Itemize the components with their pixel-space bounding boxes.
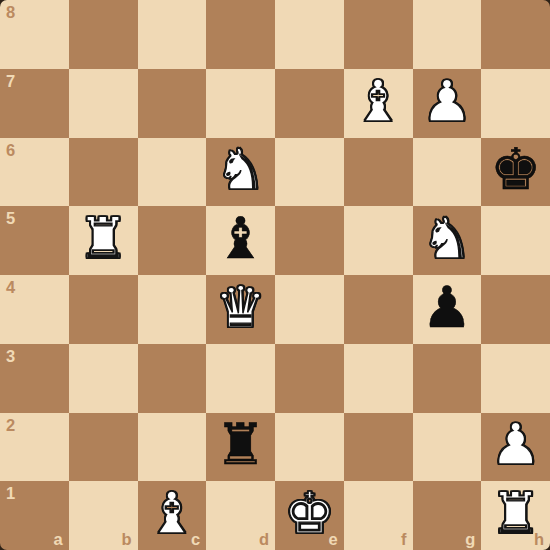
square-f5[interactable]: [344, 206, 413, 275]
rank-label-4: 4: [6, 279, 15, 296]
square-a8[interactable]: 8: [0, 0, 69, 69]
piece-white-king-e1[interactable]: ♚: [284, 485, 335, 542]
piece-white-pawn-h2[interactable]: ♟: [490, 416, 541, 473]
square-g3[interactable]: [413, 344, 482, 413]
square-h5[interactable]: [481, 206, 550, 275]
rank-label-2: 2: [6, 417, 15, 434]
piece-white-rook-h1[interactable]: ♜: [490, 485, 541, 542]
square-a4[interactable]: 4: [0, 275, 69, 344]
square-c3[interactable]: [138, 344, 207, 413]
square-b3[interactable]: [69, 344, 138, 413]
square-f8[interactable]: [344, 0, 413, 69]
square-a2[interactable]: 2: [0, 413, 69, 482]
square-e6[interactable]: [275, 138, 344, 207]
square-f4[interactable]: [344, 275, 413, 344]
square-d3[interactable]: [206, 344, 275, 413]
square-d1[interactable]: d: [206, 481, 275, 550]
square-h1[interactable]: h♜: [481, 481, 550, 550]
square-b8[interactable]: [69, 0, 138, 69]
square-c8[interactable]: [138, 0, 207, 69]
square-c4[interactable]: [138, 275, 207, 344]
square-f6[interactable]: [344, 138, 413, 207]
file-label-b: b: [121, 531, 131, 548]
square-a5[interactable]: 5: [0, 206, 69, 275]
file-label-g: g: [465, 531, 475, 548]
piece-white-pawn-g7[interactable]: ♟: [421, 73, 472, 130]
square-h3[interactable]: [481, 344, 550, 413]
piece-white-queen-d4[interactable]: ♛: [215, 279, 266, 336]
square-d6[interactable]: ♞: [206, 138, 275, 207]
rank-label-5: 5: [6, 210, 15, 227]
square-f1[interactable]: f: [344, 481, 413, 550]
square-g6[interactable]: [413, 138, 482, 207]
square-h8[interactable]: [481, 0, 550, 69]
square-e2[interactable]: [275, 413, 344, 482]
square-b6[interactable]: [69, 138, 138, 207]
square-c6[interactable]: [138, 138, 207, 207]
piece-black-bishop-d5[interactable]: ♝: [215, 210, 266, 267]
square-a3[interactable]: 3: [0, 344, 69, 413]
square-g5[interactable]: ♞: [413, 206, 482, 275]
square-f7[interactable]: ♝: [344, 69, 413, 138]
square-f3[interactable]: [344, 344, 413, 413]
rank-label-1: 1: [6, 485, 15, 502]
square-g8[interactable]: [413, 0, 482, 69]
square-b2[interactable]: [69, 413, 138, 482]
square-e8[interactable]: [275, 0, 344, 69]
square-e4[interactable]: [275, 275, 344, 344]
square-b7[interactable]: [69, 69, 138, 138]
square-e1[interactable]: e♚: [275, 481, 344, 550]
chess-board: 87♝♟6♞♚5♜♝♞4♛♟32♜♟1abc♝de♚fgh♜: [0, 0, 550, 550]
square-g2[interactable]: [413, 413, 482, 482]
square-c1[interactable]: c♝: [138, 481, 207, 550]
square-c2[interactable]: [138, 413, 207, 482]
page: 87♝♟6♞♚5♜♝♞4♛♟32♜♟1abc♝de♚fgh♜: [0, 0, 550, 550]
square-g4[interactable]: ♟: [413, 275, 482, 344]
rank-label-7: 7: [6, 73, 15, 90]
square-b5[interactable]: ♜: [69, 206, 138, 275]
square-h6[interactable]: ♚: [481, 138, 550, 207]
square-b1[interactable]: b: [69, 481, 138, 550]
square-d5[interactable]: ♝: [206, 206, 275, 275]
square-d8[interactable]: [206, 0, 275, 69]
piece-black-rook-d2[interactable]: ♜: [215, 416, 266, 473]
square-c7[interactable]: [138, 69, 207, 138]
piece-white-rook-b5[interactable]: ♜: [78, 210, 129, 267]
piece-white-bishop-c1[interactable]: ♝: [146, 485, 197, 542]
square-h2[interactable]: ♟: [481, 413, 550, 482]
square-a7[interactable]: 7: [0, 69, 69, 138]
square-d7[interactable]: [206, 69, 275, 138]
rank-label-6: 6: [6, 142, 15, 159]
square-h4[interactable]: [481, 275, 550, 344]
piece-black-pawn-g4[interactable]: ♟: [421, 279, 472, 336]
square-b4[interactable]: [69, 275, 138, 344]
square-e7[interactable]: [275, 69, 344, 138]
square-a1[interactable]: 1a: [0, 481, 69, 550]
square-e3[interactable]: [275, 344, 344, 413]
square-f2[interactable]: [344, 413, 413, 482]
rank-label-8: 8: [6, 4, 15, 21]
piece-white-bishop-f7[interactable]: ♝: [353, 73, 404, 130]
square-d2[interactable]: ♜: [206, 413, 275, 482]
square-g1[interactable]: g: [413, 481, 482, 550]
square-g7[interactable]: ♟: [413, 69, 482, 138]
piece-black-king-h6[interactable]: ♚: [490, 141, 541, 198]
rank-label-3: 3: [6, 348, 15, 365]
file-label-f: f: [401, 531, 407, 548]
file-label-d: d: [259, 531, 269, 548]
square-e5[interactable]: [275, 206, 344, 275]
square-c5[interactable]: [138, 206, 207, 275]
piece-white-knight-g5[interactable]: ♞: [421, 210, 472, 267]
piece-white-knight-d6[interactable]: ♞: [215, 141, 266, 198]
file-label-a: a: [54, 531, 63, 548]
square-d4[interactable]: ♛: [206, 275, 275, 344]
square-h7[interactable]: [481, 69, 550, 138]
square-a6[interactable]: 6: [0, 138, 69, 207]
